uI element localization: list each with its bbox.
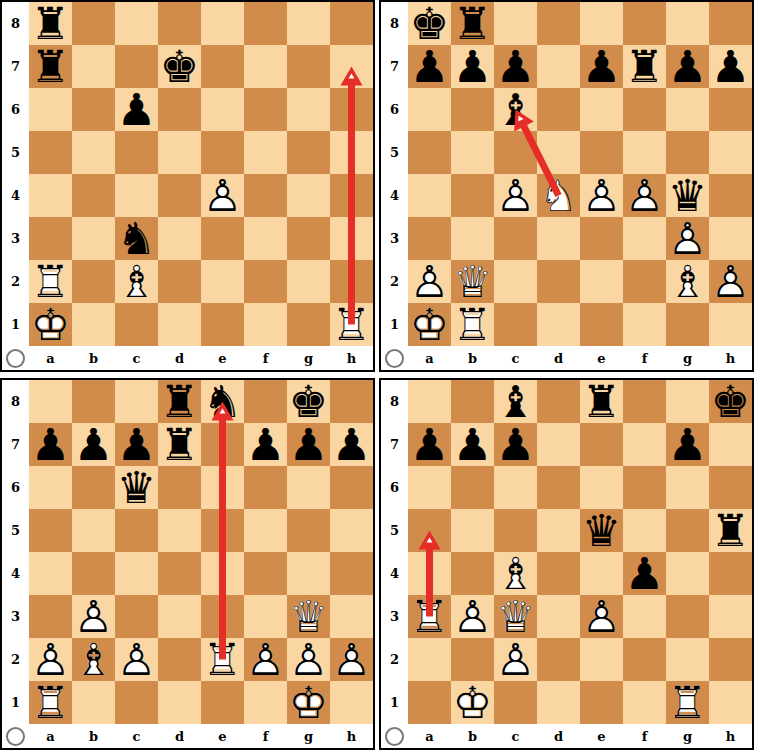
- white-pawn-piece: ♟♙: [580, 595, 623, 638]
- square-b7: ♟: [451, 45, 494, 88]
- piece-outline: ♙: [287, 638, 330, 681]
- white-pawn-piece: ♟♙: [623, 174, 666, 217]
- black-king-piece: ♚: [408, 2, 451, 45]
- square-h8: [709, 2, 752, 45]
- square-e2: [580, 638, 623, 681]
- square-d7: ♚: [158, 45, 201, 88]
- square-b4: [72, 552, 115, 595]
- square-e2: [201, 260, 244, 303]
- square-b6: [72, 88, 115, 131]
- chess-puzzles-page: 8♜7♜♚6♟54♟♙3♞2♜♖♝♗1♚♔♜♖abcdefgh 8♚♜7♟♟♟♟…: [0, 0, 757, 750]
- square-h3: [709, 217, 752, 260]
- square-e8: ♜: [580, 380, 623, 423]
- piece-outline: ♔: [408, 303, 451, 346]
- square-d5: [537, 131, 580, 174]
- square-d8: [158, 2, 201, 45]
- square-d8: [537, 2, 580, 45]
- square-f3: [623, 595, 666, 638]
- square-h7: ♟: [709, 45, 752, 88]
- square-c7: [115, 45, 158, 88]
- square-e6: [201, 88, 244, 131]
- rank-label-5: 5: [2, 509, 29, 552]
- square-g6: [666, 88, 709, 131]
- square-c3: [494, 217, 537, 260]
- piece-outline: ♖: [330, 303, 373, 346]
- square-e5: [580, 131, 623, 174]
- square-e7: [201, 45, 244, 88]
- square-b3: [451, 217, 494, 260]
- square-h1: [709, 681, 752, 724]
- square-g3: [287, 217, 330, 260]
- square-c8: [115, 2, 158, 45]
- square-e7: [201, 423, 244, 466]
- square-c1: [115, 303, 158, 346]
- piece-outline: ♙: [29, 638, 72, 681]
- square-f1: [623, 303, 666, 346]
- square-f1: [623, 681, 666, 724]
- chessboard-bottom-left: 8♜♞♚7♟♟♟♜♟♟♟6♛543♟♙♛♕2♟♙♝♗♟♙♜♖♟♙♟♙♟♙1♜♖♚…: [0, 378, 375, 750]
- rank-label-5: 5: [381, 509, 408, 552]
- square-c4: ♟♙: [494, 174, 537, 217]
- square-c6: ♝: [494, 88, 537, 131]
- square-g8: [666, 380, 709, 423]
- white-bishop-piece: ♝♗: [72, 638, 115, 681]
- file-label-b: b: [72, 724, 115, 748]
- square-f6: [623, 88, 666, 131]
- piece-outline: ♕: [287, 595, 330, 638]
- square-h8: [330, 380, 373, 423]
- square-h1: ♜♖: [330, 303, 373, 346]
- square-d3: [537, 217, 580, 260]
- file-label-d: d: [537, 724, 580, 748]
- square-g2: ♝♗: [666, 260, 709, 303]
- square-h7: [330, 45, 373, 88]
- black-pawn-piece: ♟: [494, 45, 537, 88]
- square-h5: [330, 131, 373, 174]
- square-f8: [623, 380, 666, 423]
- square-f4: [244, 174, 287, 217]
- black-rook-piece: ♜: [623, 45, 666, 88]
- square-d6: [158, 88, 201, 131]
- chessboard-top-right: 8♚♜7♟♟♟♟♜♟♟6♝54♟♙♞♘♟♙♟♙♛3♟♙2♟♙♛♕♝♗♟♙1♚♔♜…: [379, 0, 754, 372]
- square-d4: [537, 552, 580, 595]
- square-d2: [158, 260, 201, 303]
- rank-label-3: 3: [381, 595, 408, 638]
- turn-indicator-white: [6, 349, 25, 368]
- file-label-h: h: [709, 724, 752, 748]
- black-pawn-piece: ♟: [287, 423, 330, 466]
- rank-label-8: 8: [2, 2, 29, 45]
- square-a1: ♚♔: [408, 303, 451, 346]
- square-d7: [537, 45, 580, 88]
- square-d1: [537, 303, 580, 346]
- file-label-e: e: [580, 346, 623, 370]
- turn-indicator-white: [385, 727, 404, 746]
- white-queen-piece: ♛♕: [451, 260, 494, 303]
- rank-label-4: 4: [2, 552, 29, 595]
- square-b8: [72, 2, 115, 45]
- file-label-d: d: [158, 724, 201, 748]
- square-e8: [201, 2, 244, 45]
- square-f6: [623, 466, 666, 509]
- square-h2: [330, 260, 373, 303]
- square-b8: [451, 380, 494, 423]
- rank-label-1: 1: [381, 681, 408, 724]
- square-c3: ♞: [115, 217, 158, 260]
- white-pawn-piece: ♟♙: [244, 638, 287, 681]
- square-d2: [158, 638, 201, 681]
- square-f1: [244, 303, 287, 346]
- piece-outline: ♙: [201, 174, 244, 217]
- square-c1: [115, 681, 158, 724]
- square-a2: [408, 638, 451, 681]
- square-b3: ♟♙: [451, 595, 494, 638]
- black-queen-piece: ♛: [115, 466, 158, 509]
- file-label-d: d: [158, 346, 201, 370]
- rank-label-6: 6: [381, 88, 408, 131]
- rank-label-4: 4: [381, 174, 408, 217]
- piece-outline: ♖: [29, 681, 72, 724]
- square-c5: [115, 509, 158, 552]
- square-d3: [158, 217, 201, 260]
- square-c5: [494, 131, 537, 174]
- turn-indicator-white: [385, 349, 404, 368]
- piece-outline: ♙: [494, 174, 537, 217]
- square-e7: [580, 423, 623, 466]
- rank-label-5: 5: [381, 131, 408, 174]
- white-pawn-piece: ♟♙: [451, 595, 494, 638]
- square-d1: [158, 303, 201, 346]
- rank-label-2: 2: [2, 260, 29, 303]
- square-f2: [623, 638, 666, 681]
- square-e3: ♟♙: [580, 595, 623, 638]
- piece-outline: ♖: [408, 595, 451, 638]
- square-c5: [494, 509, 537, 552]
- white-rook-piece: ♜♖: [451, 303, 494, 346]
- piece-outline: ♖: [451, 303, 494, 346]
- square-h5: [709, 131, 752, 174]
- square-c2: ♟♙: [115, 638, 158, 681]
- black-king-piece: ♚: [287, 380, 330, 423]
- piece-outline: ♙: [330, 638, 373, 681]
- square-h2: ♟♙: [330, 638, 373, 681]
- square-b7: ♟: [451, 423, 494, 466]
- turn-indicator-cell: [381, 346, 408, 370]
- square-a1: [408, 681, 451, 724]
- white-rook-piece: ♜♖: [201, 638, 244, 681]
- white-pawn-piece: ♟♙: [287, 638, 330, 681]
- square-h6: [709, 466, 752, 509]
- square-a4: [29, 174, 72, 217]
- square-b5: [72, 509, 115, 552]
- square-a4: [408, 174, 451, 217]
- square-b2: ♛♕: [451, 260, 494, 303]
- square-g4: ♛: [666, 174, 709, 217]
- rank-label-8: 8: [381, 2, 408, 45]
- square-d5: [537, 509, 580, 552]
- white-bishop-piece: ♝♗: [666, 260, 709, 303]
- piece-outline: ♘: [537, 174, 580, 217]
- rank-label-7: 7: [381, 45, 408, 88]
- square-b1: [72, 303, 115, 346]
- black-pawn-piece: ♟: [709, 45, 752, 88]
- piece-outline: ♙: [451, 595, 494, 638]
- square-e6: [580, 466, 623, 509]
- black-rook-piece: ♜: [158, 423, 201, 466]
- square-b5: [72, 131, 115, 174]
- piece-outline: ♙: [623, 174, 666, 217]
- square-e4: [201, 552, 244, 595]
- file-label-c: c: [115, 346, 158, 370]
- square-c8: [115, 380, 158, 423]
- black-pawn-piece: ♟: [408, 45, 451, 88]
- file-label-c: c: [494, 724, 537, 748]
- black-bishop-piece: ♝: [494, 380, 537, 423]
- black-king-piece: ♚: [709, 380, 752, 423]
- file-label-g: g: [666, 346, 709, 370]
- file-label-c: c: [115, 724, 158, 748]
- black-pawn-piece: ♟: [494, 423, 537, 466]
- black-rook-piece: ♜: [709, 509, 752, 552]
- square-d4: [158, 552, 201, 595]
- square-g2: [287, 260, 330, 303]
- square-g8: [287, 2, 330, 45]
- file-label-e: e: [201, 346, 244, 370]
- rank-label-2: 2: [381, 260, 408, 303]
- piece-outline: ♙: [72, 595, 115, 638]
- rank-label-3: 3: [381, 217, 408, 260]
- board-grid: 8♚♜7♟♟♟♟♜♟♟6♝54♟♙♞♘♟♙♟♙♛3♟♙2♟♙♛♕♝♗♟♙1♚♔♜…: [381, 2, 752, 370]
- square-f4: [244, 552, 287, 595]
- square-c7: ♟: [494, 45, 537, 88]
- square-a5: [29, 131, 72, 174]
- rank-label-4: 4: [2, 174, 29, 217]
- square-f5: [244, 509, 287, 552]
- square-g6: [666, 466, 709, 509]
- square-d4: [158, 174, 201, 217]
- black-pawn-piece: ♟: [451, 45, 494, 88]
- piece-outline: ♙: [494, 638, 537, 681]
- piece-outline: ♗: [494, 552, 537, 595]
- square-f8: [244, 2, 287, 45]
- square-c4: [115, 174, 158, 217]
- rank-label-7: 7: [2, 423, 29, 466]
- square-f4: ♟: [623, 552, 666, 595]
- white-rook-piece: ♜♖: [29, 681, 72, 724]
- square-e4: [580, 552, 623, 595]
- square-g7: ♟: [666, 45, 709, 88]
- piece-outline: ♙: [580, 174, 623, 217]
- square-a3: [29, 217, 72, 260]
- square-h3: [330, 595, 373, 638]
- square-b1: [72, 681, 115, 724]
- rank-label-1: 1: [2, 303, 29, 346]
- white-pawn-piece: ♟♙: [29, 638, 72, 681]
- square-e1: [201, 681, 244, 724]
- white-pawn-piece: ♟♙: [408, 260, 451, 303]
- square-f2: [623, 260, 666, 303]
- black-pawn-piece: ♟: [72, 423, 115, 466]
- file-label-c: c: [494, 346, 537, 370]
- square-e3: [201, 595, 244, 638]
- square-e6: [201, 466, 244, 509]
- square-b7: ♟: [72, 423, 115, 466]
- white-rook-piece: ♜♖: [330, 303, 373, 346]
- file-label-b: b: [72, 346, 115, 370]
- square-f4: ♟♙: [623, 174, 666, 217]
- black-king-piece: ♚: [158, 45, 201, 88]
- square-g7: ♟: [666, 423, 709, 466]
- rank-label-8: 8: [2, 380, 29, 423]
- square-g8: [666, 2, 709, 45]
- piece-outline: ♔: [29, 303, 72, 346]
- square-h8: ♚: [709, 380, 752, 423]
- file-label-h: h: [709, 346, 752, 370]
- turn-indicator-cell: [2, 724, 29, 748]
- rank-label-3: 3: [2, 217, 29, 260]
- square-d3: [537, 595, 580, 638]
- square-f1: [244, 681, 287, 724]
- square-c3: ♛♕: [494, 595, 537, 638]
- black-pawn-piece: ♟: [115, 423, 158, 466]
- square-f8: [244, 380, 287, 423]
- square-a6: [408, 466, 451, 509]
- square-a1: ♜♖: [29, 681, 72, 724]
- black-pawn-piece: ♟: [666, 45, 709, 88]
- square-c7: ♟: [494, 423, 537, 466]
- black-knight-piece: ♞: [201, 380, 244, 423]
- turn-indicator-cell: [381, 724, 408, 748]
- piece-outline: ♙: [666, 217, 709, 260]
- square-h4: [330, 174, 373, 217]
- piece-outline: ♔: [287, 681, 330, 724]
- black-queen-piece: ♛: [666, 174, 709, 217]
- square-b4: [72, 174, 115, 217]
- piece-outline: ♗: [666, 260, 709, 303]
- square-f6: [244, 88, 287, 131]
- black-pawn-piece: ♟: [408, 423, 451, 466]
- square-g8: ♚: [287, 380, 330, 423]
- file-label-f: f: [623, 346, 666, 370]
- square-a3: [29, 595, 72, 638]
- piece-outline: ♙: [115, 638, 158, 681]
- square-f7: [244, 45, 287, 88]
- square-d1: [537, 681, 580, 724]
- square-a6: [408, 88, 451, 131]
- square-a7: ♟: [29, 423, 72, 466]
- square-f5: [623, 509, 666, 552]
- square-c4: ♝♗: [494, 552, 537, 595]
- square-b3: [72, 217, 115, 260]
- square-g4: [287, 552, 330, 595]
- black-pawn-piece: ♟: [451, 423, 494, 466]
- square-e5: [201, 509, 244, 552]
- board-grid: 8♜♞♚7♟♟♟♜♟♟♟6♛543♟♙♛♕2♟♙♝♗♟♙♜♖♟♙♟♙♟♙1♜♖♚…: [2, 380, 373, 748]
- square-d6: [158, 466, 201, 509]
- square-h3: [330, 217, 373, 260]
- square-d1: [158, 681, 201, 724]
- square-c4: [115, 552, 158, 595]
- square-a7: ♟: [408, 423, 451, 466]
- square-g7: [287, 45, 330, 88]
- white-pawn-piece: ♟♙: [666, 217, 709, 260]
- black-pawn-piece: ♟: [29, 423, 72, 466]
- black-bishop-piece: ♝: [494, 88, 537, 131]
- square-e3: [580, 217, 623, 260]
- square-c8: [494, 2, 537, 45]
- board-grid: 8♜7♜♚6♟54♟♙3♞2♜♖♝♗1♚♔♜♖abcdefgh: [2, 2, 373, 370]
- square-d6: [537, 88, 580, 131]
- square-b6: [72, 466, 115, 509]
- file-label-h: h: [330, 724, 373, 748]
- white-king-piece: ♚♔: [408, 303, 451, 346]
- square-f3: [244, 595, 287, 638]
- rank-label-3: 3: [2, 595, 29, 638]
- square-a2: ♟♙: [29, 638, 72, 681]
- square-g5: [287, 131, 330, 174]
- square-e5: ♛: [580, 509, 623, 552]
- square-f3: [244, 217, 287, 260]
- square-e4: ♟♙: [201, 174, 244, 217]
- black-knight-piece: ♞: [115, 217, 158, 260]
- rank-label-2: 2: [2, 638, 29, 681]
- square-f7: ♜: [623, 45, 666, 88]
- square-b2: ♝♗: [72, 638, 115, 681]
- square-a2: ♜♖: [29, 260, 72, 303]
- square-b1: ♜♖: [451, 303, 494, 346]
- square-e6: [580, 88, 623, 131]
- file-label-f: f: [244, 346, 287, 370]
- square-h7: [709, 423, 752, 466]
- file-label-a: a: [408, 724, 451, 748]
- square-a1: ♚♔: [29, 303, 72, 346]
- rank-label-2: 2: [381, 638, 408, 681]
- white-pawn-piece: ♟♙: [330, 638, 373, 681]
- square-b4: [451, 174, 494, 217]
- piece-outline: ♙: [408, 260, 451, 303]
- square-e1: [580, 681, 623, 724]
- square-d8: ♜: [158, 380, 201, 423]
- square-d7: ♜: [158, 423, 201, 466]
- square-g1: ♜♖: [666, 681, 709, 724]
- square-b5: [451, 509, 494, 552]
- square-a5: [408, 509, 451, 552]
- black-rook-piece: ♜: [158, 380, 201, 423]
- square-a2: ♟♙: [408, 260, 451, 303]
- square-e2: ♜♖: [201, 638, 244, 681]
- white-pawn-piece: ♟♙: [201, 174, 244, 217]
- black-pawn-piece: ♟: [330, 423, 373, 466]
- square-h2: ♟♙: [709, 260, 752, 303]
- square-d5: [158, 509, 201, 552]
- turn-indicator-cell: [2, 346, 29, 370]
- square-d7: [537, 423, 580, 466]
- black-rook-piece: ♜: [29, 2, 72, 45]
- square-g2: [666, 638, 709, 681]
- file-label-e: e: [201, 724, 244, 748]
- file-label-g: g: [287, 346, 330, 370]
- square-a8: [408, 380, 451, 423]
- rank-label-7: 7: [381, 423, 408, 466]
- square-c6: [494, 466, 537, 509]
- square-h8: [330, 2, 373, 45]
- square-f5: [623, 131, 666, 174]
- square-d3: [158, 595, 201, 638]
- square-h6: [330, 466, 373, 509]
- black-pawn-piece: ♟: [666, 423, 709, 466]
- white-knight-piece: ♞♘: [537, 174, 580, 217]
- square-c2: ♟♙: [494, 638, 537, 681]
